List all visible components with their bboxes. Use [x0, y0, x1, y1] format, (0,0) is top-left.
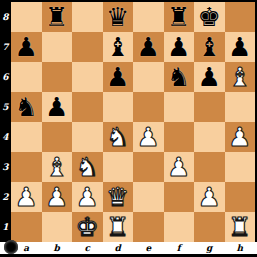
black-pawn-a7[interactable]: ♟	[15, 32, 38, 62]
square-h4[interactable]: ♟	[225, 122, 256, 152]
file-labels-row: abcdefgh	[11, 242, 257, 254]
file-label-e: e	[133, 242, 164, 254]
square-d2[interactable]: ♛	[103, 182, 134, 212]
black-knight-a5[interactable]: ♞	[15, 92, 38, 122]
file-labels-bar: abcdefgh	[0, 242, 257, 254]
square-a6[interactable]	[11, 62, 42, 92]
square-h2[interactable]	[225, 182, 256, 212]
square-f8[interactable]: ♜	[164, 2, 195, 32]
square-d6[interactable]: ♟	[103, 62, 134, 92]
black-to-move-indicator	[4, 240, 18, 254]
square-c8[interactable]	[72, 2, 103, 32]
chessboard[interactable]: ♜♛♜♚♟♝♟♟♝♟♟♞♟♝♞♟♞♟♟♝♞♟♟♟♟♛♟♚♜♜	[11, 2, 255, 242]
square-g7[interactable]: ♝	[194, 32, 225, 62]
file-label-d: d	[103, 242, 134, 254]
black-pawn-g6[interactable]: ♟	[198, 62, 221, 92]
square-g8[interactable]: ♚	[194, 2, 225, 32]
square-b2[interactable]: ♟	[42, 182, 73, 212]
rank-label-4: 4	[0, 122, 11, 152]
square-e4[interactable]: ♟	[133, 122, 164, 152]
square-c3[interactable]: ♞	[72, 152, 103, 182]
square-d3[interactable]	[103, 152, 134, 182]
square-h3[interactable]	[225, 152, 256, 182]
square-e2[interactable]	[133, 182, 164, 212]
square-e3[interactable]	[133, 152, 164, 182]
black-bishop-g7[interactable]: ♝	[198, 32, 221, 62]
black-rook-b8[interactable]: ♜	[45, 2, 68, 32]
black-queen-d8[interactable]: ♛	[106, 2, 129, 32]
square-a3[interactable]	[11, 152, 42, 182]
white-pawn-c2[interactable]: ♟	[76, 182, 99, 212]
square-h8[interactable]	[225, 2, 256, 32]
white-pawn-f3[interactable]: ♟	[167, 152, 190, 182]
white-knight-d4[interactable]: ♞	[106, 122, 129, 152]
black-rook-f8[interactable]: ♜	[167, 2, 190, 32]
square-b5[interactable]: ♟	[42, 92, 73, 122]
white-queen-d2[interactable]: ♛	[106, 182, 129, 212]
white-pawn-b2[interactable]: ♟	[45, 182, 68, 212]
square-c6[interactable]	[72, 62, 103, 92]
square-e5[interactable]	[133, 92, 164, 122]
white-pawn-a2[interactable]: ♟	[15, 182, 38, 212]
square-c7[interactable]	[72, 32, 103, 62]
square-h5[interactable]	[225, 92, 256, 122]
square-h1[interactable]: ♜	[225, 212, 256, 242]
square-e6[interactable]	[133, 62, 164, 92]
rank-label-1: 1	[0, 212, 11, 242]
square-g6[interactable]: ♟	[194, 62, 225, 92]
square-h6[interactable]: ♝	[225, 62, 256, 92]
white-pawn-g2[interactable]: ♟	[198, 182, 221, 212]
square-f2[interactable]	[164, 182, 195, 212]
black-knight-f6[interactable]: ♞	[167, 62, 190, 92]
square-d1[interactable]: ♜	[103, 212, 134, 242]
square-g2[interactable]: ♟	[194, 182, 225, 212]
square-f1[interactable]	[164, 212, 195, 242]
file-label-f: f	[164, 242, 195, 254]
square-f6[interactable]: ♞	[164, 62, 195, 92]
square-f3[interactable]: ♟	[164, 152, 195, 182]
square-d4[interactable]: ♞	[103, 122, 134, 152]
file-label-g: g	[194, 242, 225, 254]
square-a4[interactable]	[11, 122, 42, 152]
square-d8[interactable]: ♛	[103, 2, 134, 32]
square-b1[interactable]	[42, 212, 73, 242]
square-e8[interactable]	[133, 2, 164, 32]
square-g4[interactable]	[194, 122, 225, 152]
white-king-c1[interactable]: ♚	[76, 212, 99, 242]
file-label-b: b	[42, 242, 73, 254]
square-c4[interactable]	[72, 122, 103, 152]
file-label-h: h	[225, 242, 256, 254]
square-g1[interactable]	[194, 212, 225, 242]
square-a1[interactable]	[11, 212, 42, 242]
black-bishop-d7[interactable]: ♝	[106, 32, 129, 62]
square-b7[interactable]	[42, 32, 73, 62]
square-g3[interactable]	[194, 152, 225, 182]
square-a5[interactable]: ♞	[11, 92, 42, 122]
square-c1[interactable]: ♚	[72, 212, 103, 242]
white-bishop-h6[interactable]: ♝	[228, 62, 251, 92]
chessboard-frame: 87654321 ♜♛♜♚♟♝♟♟♝♟♟♞♟♝♞♟♞♟♟♝♞♟♟♟♟♛♟♚♜♜ …	[0, 0, 257, 257]
white-rook-h1[interactable]: ♜	[228, 212, 251, 242]
square-c2[interactable]: ♟	[72, 182, 103, 212]
square-e1[interactable]	[133, 212, 164, 242]
square-a2[interactable]: ♟	[11, 182, 42, 212]
white-knight-c3[interactable]: ♞	[76, 152, 99, 182]
square-h7[interactable]: ♟	[225, 32, 256, 62]
square-a7[interactable]: ♟	[11, 32, 42, 62]
square-e7[interactable]: ♟	[133, 32, 164, 62]
square-b6[interactable]	[42, 62, 73, 92]
black-pawn-h7[interactable]: ♟	[228, 32, 251, 62]
square-f5[interactable]	[164, 92, 195, 122]
square-f7[interactable]: ♟	[164, 32, 195, 62]
rank-label-5: 5	[0, 92, 11, 122]
rank-label-6: 6	[0, 62, 11, 92]
black-pawn-b5[interactable]: ♟	[45, 92, 68, 122]
square-f4[interactable]	[164, 122, 195, 152]
square-b3[interactable]: ♝	[42, 152, 73, 182]
white-rook-d1[interactable]: ♜	[106, 212, 129, 242]
square-c5[interactable]	[72, 92, 103, 122]
black-pawn-f7[interactable]: ♟	[167, 32, 190, 62]
square-b4[interactable]	[42, 122, 73, 152]
black-king-g8[interactable]: ♚	[198, 2, 221, 32]
rank-label-8: 8	[0, 2, 11, 32]
rank-label-3: 3	[0, 152, 11, 182]
square-a8[interactable]	[11, 2, 42, 32]
file-label-c: c	[72, 242, 103, 254]
rank-label-7: 7	[0, 32, 11, 62]
white-bishop-b3[interactable]: ♝	[45, 152, 68, 182]
rank-labels-column: 87654321	[0, 2, 11, 242]
square-g5[interactable]	[194, 92, 225, 122]
square-d5[interactable]	[103, 92, 134, 122]
square-b8[interactable]: ♜	[42, 2, 73, 32]
black-pawn-d6[interactable]: ♟	[106, 62, 129, 92]
white-pawn-e4[interactable]: ♟	[137, 122, 160, 152]
black-pawn-e7[interactable]: ♟	[137, 32, 160, 62]
white-pawn-h4[interactable]: ♟	[228, 122, 251, 152]
square-d7[interactable]: ♝	[103, 32, 134, 62]
rank-label-2: 2	[0, 182, 11, 212]
